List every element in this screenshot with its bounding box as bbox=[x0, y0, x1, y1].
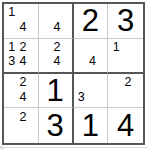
pencil-marks: 14 bbox=[6, 5, 29, 35]
pencil-mark-1 bbox=[6, 75, 17, 90]
pencil-mark-2 bbox=[87, 75, 98, 90]
pencil-mark-2: 2 bbox=[17, 75, 28, 90]
cell-r3c2[interactable]: 1 bbox=[39, 74, 74, 109]
bottom-left-corner-mark bbox=[0, 146, 4, 149]
pencil-mark-3 bbox=[76, 54, 87, 68]
pencil-marks: 2 bbox=[110, 75, 134, 105]
pencil-marks: 24 bbox=[41, 40, 63, 69]
pencil-marks: 24 bbox=[6, 75, 29, 105]
sudoku-board: 1442312342441241322314 bbox=[2, 2, 145, 145]
pencil-mark-1 bbox=[6, 109, 17, 124]
pencil-mark-2: 2 bbox=[17, 109, 28, 124]
pencil-mark-3 bbox=[6, 89, 17, 104]
cell-r3c3[interactable]: 3 bbox=[74, 74, 109, 109]
pencil-marks: 2 bbox=[6, 109, 29, 140]
cell-r4c3[interactable]: 1 bbox=[74, 108, 109, 143]
pencil-mark-3 bbox=[6, 125, 17, 140]
pencil-marks: 4 bbox=[76, 40, 99, 69]
cell-r1c4[interactable]: 3 bbox=[108, 4, 143, 39]
pencil-mark-4 bbox=[87, 89, 98, 104]
cell-r3c4[interactable]: 2 bbox=[108, 74, 143, 109]
pencil-mark-4 bbox=[122, 54, 134, 68]
big-digit: 3 bbox=[47, 110, 64, 141]
pencil-mark-3 bbox=[41, 54, 52, 68]
pencil-mark-4 bbox=[17, 125, 28, 140]
pencil-mark-1 bbox=[41, 5, 52, 20]
pencil-marks: 3 bbox=[76, 75, 99, 105]
pencil-mark-3: 3 bbox=[6, 54, 17, 68]
pencil-mark-4 bbox=[122, 89, 134, 104]
big-digit: 4 bbox=[117, 110, 134, 141]
pencil-mark-2: 2 bbox=[17, 40, 28, 54]
cell-r2c4[interactable]: 1 bbox=[108, 39, 143, 74]
pencil-mark-1 bbox=[76, 75, 87, 90]
bottom-shadow-line bbox=[0, 147, 148, 148]
pencil-mark-4: 4 bbox=[52, 20, 63, 35]
pencil-mark-1 bbox=[41, 40, 52, 54]
cell-r1c2[interactable]: 4 bbox=[39, 4, 74, 39]
pencil-mark-1: 1 bbox=[6, 5, 17, 20]
pencil-marks: 1234 bbox=[6, 40, 29, 69]
pencil-mark-4: 4 bbox=[17, 54, 28, 68]
pencil-mark-4: 4 bbox=[17, 20, 28, 35]
big-digit: 1 bbox=[47, 75, 64, 106]
cell-r3c1[interactable]: 24 bbox=[4, 74, 39, 109]
pencil-mark-3 bbox=[110, 89, 122, 104]
cell-r4c4[interactable]: 4 bbox=[108, 108, 143, 143]
cell-r2c3[interactable]: 4 bbox=[74, 39, 109, 74]
pencil-mark-1 bbox=[110, 75, 122, 90]
big-digit: 2 bbox=[82, 5, 99, 36]
big-digit: 1 bbox=[82, 110, 99, 141]
pencil-mark-2 bbox=[17, 5, 28, 20]
pencil-mark-1: 1 bbox=[6, 40, 17, 54]
pencil-mark-3: 3 bbox=[76, 89, 87, 104]
pencil-mark-3 bbox=[110, 54, 122, 68]
pencil-mark-2 bbox=[122, 40, 134, 54]
cell-r1c1[interactable]: 14 bbox=[4, 4, 39, 39]
cell-r2c1[interactable]: 1234 bbox=[4, 39, 39, 74]
pencil-mark-4: 4 bbox=[52, 54, 63, 68]
pencil-mark-2 bbox=[52, 5, 63, 20]
pencil-mark-2 bbox=[87, 40, 98, 54]
pencil-mark-1 bbox=[76, 40, 87, 54]
big-digit: 3 bbox=[117, 5, 134, 36]
pencil-mark-3 bbox=[41, 20, 52, 35]
pencil-mark-2: 2 bbox=[122, 75, 134, 90]
pencil-mark-4: 4 bbox=[87, 54, 98, 68]
pencil-mark-2: 2 bbox=[52, 40, 63, 54]
cell-r4c1[interactable]: 2 bbox=[4, 108, 39, 143]
pencil-marks: 4 bbox=[41, 5, 63, 35]
pencil-mark-3 bbox=[6, 20, 17, 35]
pencil-marks: 1 bbox=[110, 40, 134, 69]
cell-r2c2[interactable]: 24 bbox=[39, 39, 74, 74]
pencil-mark-4: 4 bbox=[17, 89, 28, 104]
cell-r1c3[interactable]: 2 bbox=[74, 4, 109, 39]
cell-r4c2[interactable]: 3 bbox=[39, 108, 74, 143]
pencil-mark-1: 1 bbox=[110, 40, 122, 54]
